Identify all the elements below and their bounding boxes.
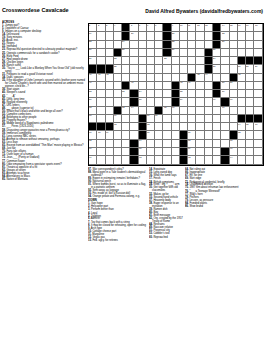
- grid-cell: [246, 90, 254, 98]
- grid-cell: [205, 148, 213, 156]
- grid-cell: [163, 115, 171, 123]
- cell-number: 74: [238, 123, 240, 125]
- grid-cell: [196, 115, 204, 123]
- grid-cell: [172, 115, 180, 123]
- cell-number: 43: [197, 73, 199, 75]
- grid-cell-black: [254, 115, 262, 123]
- grid-cell-black: [163, 32, 171, 40]
- grid-cell: 8: [155, 24, 163, 32]
- grid-cell: [180, 57, 188, 65]
- grid-cell: [122, 148, 130, 156]
- grid-cell: [97, 148, 105, 156]
- cell-number: 33: [164, 57, 166, 59]
- grid-cell: 68: [89, 115, 97, 123]
- grid-cell: [254, 49, 262, 57]
- grid-cell: [188, 49, 196, 57]
- grid-cell: [254, 107, 262, 115]
- grid-cell: [114, 41, 122, 49]
- grid-cell: 6: [139, 24, 147, 32]
- clue-column-across: ACROSS1. Jumpy gait?5. Opponent of Caesa…: [2, 20, 86, 181]
- crossword-page: Crosswordese Cavalcade David Alfred Bywa…: [0, 0, 264, 341]
- grid-cell: [97, 98, 105, 106]
- grid-cell-black: [221, 156, 229, 164]
- grid-cell: 39: [254, 65, 262, 73]
- grid-cell: [221, 115, 229, 123]
- grid-cell: [196, 131, 204, 139]
- clue-item: 35. If the daughter of John Lennon's sec…: [2, 79, 86, 88]
- grid-cell: [139, 57, 147, 65]
- cell-number: 48: [180, 81, 182, 83]
- clue-item: 13. Fed. agcy. for retirees: [88, 239, 146, 242]
- grid-cell: [205, 90, 213, 98]
- cell-number: 58: [139, 98, 141, 100]
- cell-number: 54: [139, 90, 141, 92]
- grid-cell-black: [130, 140, 138, 148]
- grid-cell: 53: [122, 90, 130, 98]
- cell-number: 66: [172, 106, 174, 108]
- grid-cell: [238, 107, 246, 115]
- grid-cell: [238, 98, 246, 106]
- grid-cell: [196, 156, 204, 164]
- cell-number: 51: [230, 81, 232, 83]
- grid-cell: [205, 115, 213, 123]
- grid-cell: [106, 98, 114, 106]
- grid-cell: [147, 74, 155, 82]
- grid-cell: [196, 32, 204, 40]
- grid-cell: 71: [155, 115, 163, 123]
- grid-cell: [213, 156, 221, 164]
- grid-cell: [114, 148, 122, 156]
- grid-cell: [238, 140, 246, 148]
- grid-cell: 45: [238, 74, 246, 82]
- grid-cell: [213, 140, 221, 148]
- grid-cell: 47: [130, 82, 138, 90]
- grid-cell: [238, 82, 246, 90]
- grid-cell: [97, 107, 105, 115]
- grid-cell: [106, 140, 114, 148]
- grid-cell: [130, 131, 138, 139]
- grid-cell: [130, 115, 138, 123]
- grid-cell: 46: [89, 82, 97, 90]
- grid-cell: [122, 156, 130, 164]
- grid-cell: 88: [139, 148, 147, 156]
- clue-column-across-end-and-down-start: 87. War correspondent's plea?88. Moral p…: [88, 168, 146, 242]
- grid-cell: [147, 65, 155, 73]
- grid-cell: [139, 49, 147, 57]
- cell-number: 31: [89, 57, 91, 59]
- cell-number: 19: [89, 32, 91, 34]
- grid-cell: [147, 82, 155, 90]
- grid-cell: 72: [114, 123, 122, 131]
- cell-number: 25: [172, 40, 174, 42]
- grid-cell: [106, 148, 114, 156]
- cell-number: 64: [131, 106, 133, 108]
- grid-cell: 65: [163, 107, 171, 115]
- cell-number: 81: [188, 131, 190, 133]
- grid-cell: [230, 32, 238, 40]
- cell-number: 36: [213, 65, 215, 67]
- clue-column-down-end: 64. Not ruling out66. Inappropriate67. E…: [185, 168, 264, 208]
- grid-cell: [196, 107, 204, 115]
- grid-cell: [114, 98, 122, 106]
- grid-cell: [155, 41, 163, 49]
- grid-cell: [180, 32, 188, 40]
- cell-number: 27: [89, 48, 91, 50]
- grid-cell: [246, 107, 254, 115]
- cell-number: 47: [131, 81, 133, 83]
- cell-number: 10: [180, 24, 182, 26]
- grid-cell: [97, 32, 105, 40]
- grid-cell: 82: [238, 131, 246, 139]
- grid-cell: [130, 41, 138, 49]
- clue-column-down-middle: 14. Expatriate15. Long-eared dog16. What…: [149, 168, 183, 239]
- grid-cell-black: [180, 140, 188, 148]
- grid-cell: [230, 115, 238, 123]
- grid-cell: [213, 107, 221, 115]
- cell-number: 94: [230, 156, 232, 158]
- grid-cell: [221, 131, 229, 139]
- grid-cell: [238, 32, 246, 40]
- grid-cell: [230, 123, 238, 131]
- grid-cell: [196, 90, 204, 98]
- grid-cell: [122, 131, 130, 139]
- grid-cell: 12: [196, 24, 204, 32]
- grid-cell: [97, 140, 105, 148]
- grid-cell-black: [180, 156, 188, 164]
- grid-cell: [97, 115, 105, 123]
- grid-cell: 16: [238, 24, 246, 32]
- cell-number: 76: [255, 123, 257, 125]
- grid-cell-black: [238, 115, 246, 123]
- cell-number: 44: [205, 73, 207, 75]
- grid-cell: [221, 57, 229, 65]
- grid-cell: [254, 32, 262, 40]
- grid-cell: [97, 156, 105, 164]
- grid-cell: [155, 65, 163, 73]
- clue-text: If the daughter of John Lennon's second …: [5, 79, 85, 88]
- cell-number: 11: [188, 24, 190, 26]
- cell-number: 52: [89, 90, 91, 92]
- grid-cell: [246, 156, 254, 164]
- cell-number: 72: [114, 123, 116, 125]
- grid-cell: 48: [180, 82, 188, 90]
- grid-cell: [254, 74, 262, 82]
- grid-cell: 20: [130, 32, 138, 40]
- grid-cell: [172, 123, 180, 131]
- grid-cell: 4: [114, 24, 122, 32]
- grid-cell: 35: [114, 65, 122, 73]
- grid-cell: [230, 107, 238, 115]
- grid-cell: [246, 131, 254, 139]
- grid-cell: [97, 90, 105, 98]
- grid-cell: [205, 82, 213, 90]
- grid-cell: [196, 140, 204, 148]
- grid-cell: [172, 65, 180, 73]
- grid-cell: [254, 98, 262, 106]
- clue-text: Moral point in a Yale student's dermatol…: [91, 171, 145, 177]
- grid-cell: [188, 65, 196, 73]
- grid-cell: 75: [246, 123, 254, 131]
- cell-number: 16: [238, 24, 240, 26]
- grid-cell: 41: [97, 74, 105, 82]
- grid-cell: 7: [147, 24, 155, 32]
- grid-cell: [230, 49, 238, 57]
- grid-cell: [114, 156, 122, 164]
- grid-cell: [213, 123, 221, 131]
- grid-cell: [172, 156, 180, 164]
- cell-number: 46: [89, 81, 91, 83]
- grid-cell: 61: [230, 98, 238, 106]
- cell-number: 9: [172, 24, 173, 26]
- grid-cell: [196, 123, 204, 131]
- cell-number: 38: [246, 65, 248, 67]
- grid-cell: [246, 148, 254, 156]
- cell-number: 45: [238, 73, 240, 75]
- clue-text: Get together with old classmates: [152, 186, 178, 192]
- cell-number: 56: [222, 90, 224, 92]
- cell-number: 78: [98, 131, 100, 133]
- grid-cell: [254, 41, 262, 49]
- crossword-grid: 1234567891011121314151617181920212223242…: [88, 23, 264, 166]
- grid-cell-black: [163, 41, 171, 49]
- grid-cell: 30: [213, 49, 221, 57]
- grid-cell: [172, 74, 180, 82]
- grid-cell: [163, 123, 171, 131]
- grid-cell: 64: [130, 107, 138, 115]
- grid-cell: 15: [230, 24, 238, 32]
- grid-cell: [238, 49, 246, 57]
- grid-cell: [205, 131, 213, 139]
- grid-cell: [114, 90, 122, 98]
- grid-cell: [163, 131, 171, 139]
- cell-number: 65: [164, 106, 166, 108]
- grid-cell: 90: [230, 148, 238, 156]
- cell-number: 17: [246, 24, 248, 26]
- clue-text: Reproached: [153, 235, 168, 238]
- grid-cell: 26: [221, 41, 229, 49]
- cell-number: 2: [98, 24, 99, 26]
- cell-number: 89: [188, 147, 190, 149]
- clue-item: 85. Native of Montana: [2, 178, 86, 181]
- grid-cell: [205, 107, 213, 115]
- grid-cell: [172, 148, 180, 156]
- grid-cell: [147, 49, 155, 57]
- grid-cell: [246, 140, 254, 148]
- grid-cell: [155, 74, 163, 82]
- cell-number: 40: [89, 73, 91, 75]
- grid-cell: [122, 65, 130, 73]
- grid-cell: [147, 90, 155, 98]
- grid-cell: 49: [188, 82, 196, 90]
- grid-cell: [155, 148, 163, 156]
- cell-number: 4: [114, 24, 115, 26]
- grid-cell: [114, 131, 122, 139]
- grid-cell: [139, 74, 147, 82]
- grid-cell: [106, 82, 114, 90]
- grid-cell: [155, 156, 163, 164]
- cell-number: 79: [106, 131, 108, 133]
- grid-cell: [180, 65, 188, 73]
- grid-cell: 13: [205, 24, 213, 32]
- grid-cell: [246, 74, 254, 82]
- cell-number: 29: [172, 48, 174, 50]
- grid-cell: [196, 57, 204, 65]
- clue-text: Excerpt from an overdubbed "Thin Man" mo…: [6, 144, 84, 147]
- grid-cell: 87: [89, 148, 97, 156]
- grid-cell: [122, 115, 130, 123]
- grid-cell: [155, 98, 163, 106]
- grid-cell-black: [163, 49, 171, 57]
- grid-cell: [155, 131, 163, 139]
- grid-cell: 28: [122, 49, 130, 57]
- grid-cell: [106, 57, 114, 65]
- grid-cell: [205, 123, 213, 131]
- grid-cell: [114, 32, 122, 40]
- grid-cell: [196, 41, 204, 49]
- clue-text: Where bombs burst, so as to illuminate a…: [91, 183, 146, 189]
- grid-cell: 42: [106, 74, 114, 82]
- cell-number: 67: [222, 106, 224, 108]
- grid-cell: 70: [147, 115, 155, 123]
- grid-cell: [196, 98, 204, 106]
- grid-cell: [188, 90, 196, 98]
- grid-cell: [172, 57, 180, 65]
- cell-number: 90: [230, 147, 232, 149]
- cell-number: 28: [122, 48, 124, 50]
- cell-number: 42: [106, 73, 108, 75]
- grid-cell-black: [213, 82, 221, 90]
- grid-cell: 27: [89, 49, 97, 57]
- cell-number: 41: [98, 73, 100, 75]
- grid-cell-black: [114, 49, 122, 57]
- grid-cell: [254, 90, 262, 98]
- cell-number: 34: [213, 57, 215, 59]
- grid-cell: 60: [213, 98, 221, 106]
- cell-number: 57: [89, 98, 91, 100]
- grid-cell: [147, 148, 155, 156]
- cell-number: 77: [89, 131, 91, 133]
- grid-cell: [254, 156, 262, 164]
- grid-cell: [238, 156, 246, 164]
- cell-number: 69: [114, 114, 116, 116]
- grid-cell: [180, 115, 188, 123]
- grid-cell: [221, 65, 229, 73]
- grid-cell: [246, 82, 254, 90]
- grid-cell: 33: [163, 57, 171, 65]
- grid-cell-black: [221, 148, 229, 156]
- grid-cell: [147, 57, 155, 65]
- grid-cell: [180, 49, 188, 57]
- grid-cell: [180, 41, 188, 49]
- clue-text: Org. created by the 1957 Treaty of Rome: [152, 217, 183, 223]
- grid-cell: [155, 123, 163, 131]
- cell-number: 83: [89, 139, 91, 141]
- grid-cell: [155, 140, 163, 148]
- grid-cell: [139, 82, 147, 90]
- grid-cell: [180, 123, 188, 131]
- cell-number: 21: [172, 32, 174, 34]
- cell-number: 93: [188, 156, 190, 158]
- grid-cell-black: [122, 24, 130, 32]
- cell-number: 30: [213, 48, 215, 50]
- grid-cell: [238, 90, 246, 98]
- grid-cell: 31: [89, 57, 97, 65]
- grid-cell: 38: [246, 65, 254, 73]
- grid-cell: [196, 148, 204, 156]
- grid-cell: [155, 82, 163, 90]
- grid-cell: [155, 90, 163, 98]
- grid-cell: [221, 49, 229, 57]
- cell-number: 39: [255, 65, 257, 67]
- grid-cell: [163, 156, 171, 164]
- clue-text: Native of Montana: [6, 178, 28, 181]
- grid-cell: 63: [122, 107, 130, 115]
- cell-number: 91: [89, 156, 91, 158]
- grid-cell: [221, 140, 229, 148]
- grid-cell: [139, 65, 147, 73]
- grid-cell: [122, 57, 130, 65]
- grid-cell: [238, 148, 246, 156]
- grid-cell: [147, 41, 155, 49]
- clue-text: Fed. agcy. for retirees: [92, 239, 118, 242]
- grid-cell: 58: [139, 98, 147, 106]
- grid-cell: [230, 65, 238, 73]
- grid-cell: 91: [89, 156, 97, 164]
- grid-cell: [130, 49, 138, 57]
- cell-number: 92: [139, 156, 141, 158]
- grid-cell: [230, 57, 238, 65]
- cell-number: 7: [147, 24, 148, 26]
- grid-cell: 17: [246, 24, 254, 32]
- grid-cell: [213, 148, 221, 156]
- cell-number: 61: [230, 98, 232, 100]
- grid-cell: [97, 57, 105, 65]
- grid-cell: [213, 115, 221, 123]
- grid-cell: 79: [106, 131, 114, 139]
- cell-number: 73: [147, 123, 149, 125]
- cell-number: 13: [205, 24, 207, 26]
- cell-number: 87: [89, 147, 91, 149]
- cell-number: 22: [222, 32, 224, 34]
- clue-text: Shoe brand: [189, 205, 203, 208]
- grid-cell: [246, 98, 254, 106]
- grid-cell: [139, 41, 147, 49]
- grid-cell: [188, 98, 196, 106]
- grid-cell: [122, 74, 130, 82]
- grid-cell: 80: [147, 131, 155, 139]
- grid-cell-black: [130, 90, 138, 98]
- grid-cell-black: [246, 115, 254, 123]
- grid-cell: 67: [221, 107, 229, 115]
- grid-cell: [130, 65, 138, 73]
- grid-cell: [196, 82, 204, 90]
- grid-cell: [147, 98, 155, 106]
- grid-cell: 89: [188, 148, 196, 156]
- cell-number: 60: [213, 98, 215, 100]
- cell-number: 37: [238, 65, 240, 67]
- grid-cell: [246, 49, 254, 57]
- grid-cell: 92: [139, 156, 147, 164]
- grid-cell: [130, 123, 138, 131]
- grid-cell: [163, 65, 171, 73]
- cell-number: 6: [139, 24, 140, 26]
- grid-cell: [114, 82, 122, 90]
- cell-number: 1: [89, 24, 90, 26]
- grid-cell: [172, 131, 180, 139]
- cell-number: 20: [131, 32, 133, 34]
- grid-cell: [106, 49, 114, 57]
- grid-cell: [254, 131, 262, 139]
